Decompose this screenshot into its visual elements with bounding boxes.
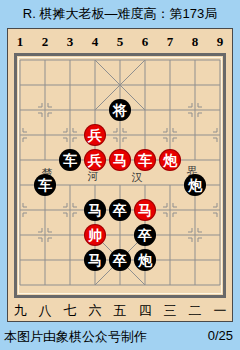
status-bar: 本图片由象棋公众号制作 0/25 bbox=[0, 324, 240, 350]
black-soldier-piece[interactable]: 卒 bbox=[109, 249, 131, 271]
file-label-bottom-9: 一 bbox=[214, 302, 227, 320]
file-label-bottom-4: 六 bbox=[89, 302, 102, 320]
file-label-bottom-5: 五 bbox=[114, 302, 127, 320]
black-horse-piece[interactable]: 马 bbox=[84, 249, 106, 271]
board-point: 炮 bbox=[183, 173, 208, 198]
file-label-bottom-2: 八 bbox=[39, 302, 52, 320]
board-point: 卒 bbox=[108, 198, 133, 223]
file-label-bottom-1: 九 bbox=[14, 302, 27, 320]
board-point: 马 bbox=[83, 248, 108, 273]
black-cannon-piece[interactable]: 炮 bbox=[134, 249, 156, 271]
file-label-bottom-3: 七 bbox=[64, 302, 77, 320]
credit-text: 本图片由象棋公众号制作 bbox=[4, 328, 147, 346]
board-point: 兵 bbox=[83, 148, 108, 173]
file-label-bottom-8: 二 bbox=[189, 302, 202, 320]
board-point: 马 bbox=[108, 148, 133, 173]
red-horse-piece[interactable]: 马 bbox=[109, 149, 131, 171]
red-general-piece[interactable]: 帅 bbox=[84, 224, 106, 246]
file-label-bottom-6: 四 bbox=[139, 302, 152, 320]
red-horse-piece[interactable]: 马 bbox=[134, 199, 156, 221]
board-point: 兵 bbox=[83, 123, 108, 148]
board-point: 马 bbox=[133, 198, 158, 223]
black-soldier-piece[interactable]: 卒 bbox=[134, 224, 156, 246]
black-chariot-piece[interactable]: 车 bbox=[59, 149, 81, 171]
black-horse-piece[interactable]: 马 bbox=[84, 199, 106, 221]
red-soldier-piece[interactable]: 兵 bbox=[84, 149, 106, 171]
board-point: 车 bbox=[58, 148, 83, 173]
board-point: 车 bbox=[33, 173, 58, 198]
file-label-bottom-7: 三 bbox=[164, 302, 177, 320]
board-point: 车 bbox=[133, 148, 158, 173]
black-soldier-piece[interactable]: 卒 bbox=[109, 199, 131, 221]
move-counter: 0/25 bbox=[208, 328, 233, 343]
piece-layer: 将兵车兵马车炮车炮马卒马帅卒马卒炮 bbox=[8, 48, 233, 298]
board-point: 卒 bbox=[108, 248, 133, 273]
black-chariot-piece[interactable]: 车 bbox=[34, 174, 56, 196]
board-point: 帅 bbox=[83, 223, 108, 248]
black-general-piece[interactable]: 将 bbox=[109, 99, 131, 121]
black-cannon-piece[interactable]: 炮 bbox=[184, 174, 206, 196]
board-point: 马 bbox=[83, 198, 108, 223]
board-point: 卒 bbox=[133, 223, 158, 248]
red-soldier-piece[interactable]: 兵 bbox=[84, 124, 106, 146]
board-point: 炮 bbox=[133, 248, 158, 273]
red-cannon-piece[interactable]: 炮 bbox=[159, 149, 181, 171]
board-point: 炮 bbox=[158, 148, 183, 173]
board-point: 将 bbox=[108, 98, 133, 123]
puzzle-title: R. 棋摊大老板—难度高：第173局 bbox=[0, 5, 240, 23]
file-numbers-bottom: 九八七六五四三二一 bbox=[8, 302, 233, 318]
red-chariot-piece[interactable]: 车 bbox=[134, 149, 156, 171]
xiangqi-puzzle-app: R. 棋摊大老板—难度高：第173局 123456789 楚河汉界 将兵车兵马车… bbox=[0, 0, 240, 350]
